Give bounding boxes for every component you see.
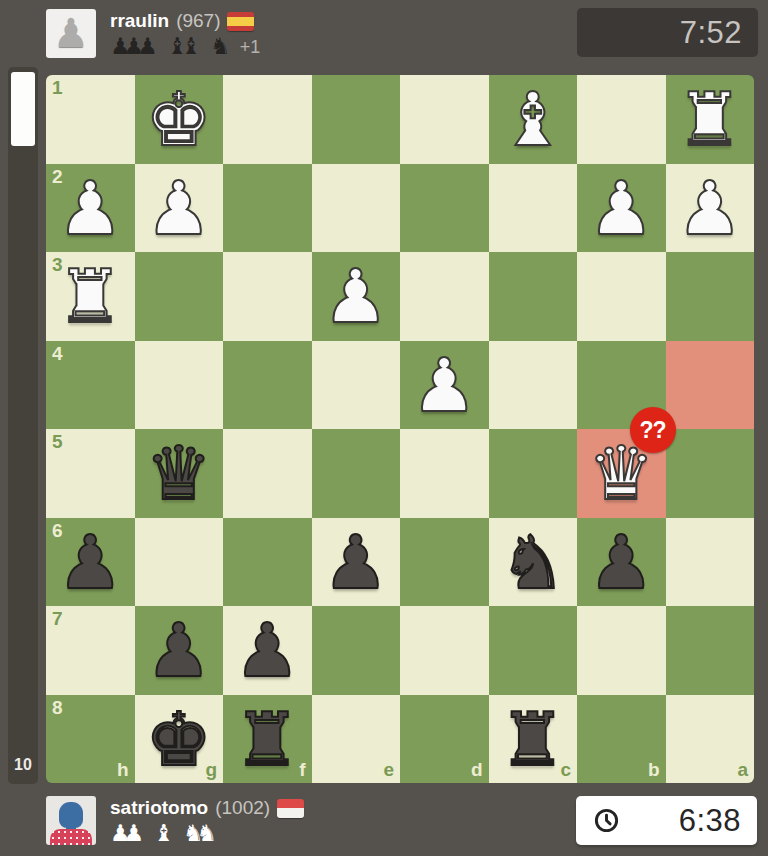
square-h4[interactable]: 4	[46, 341, 135, 430]
black-pawn-f7[interactable]: ♟	[223, 606, 312, 695]
black-rook-f8[interactable]: ♜	[223, 695, 312, 784]
square-e1[interactable]	[312, 75, 401, 164]
white-pawn-d4[interactable]: ♟	[400, 341, 489, 430]
square-h8[interactable]: 8h	[46, 695, 135, 784]
square-b2[interactable]: ♟	[577, 164, 666, 253]
square-a2[interactable]: ♟	[666, 164, 755, 253]
square-a6[interactable]	[666, 518, 755, 607]
square-f5[interactable]	[223, 429, 312, 518]
opponent-avatar[interactable]: ♟	[46, 9, 96, 58]
white-pawn-b2[interactable]: ♟	[577, 164, 666, 253]
captured-bishops-icon: ♝	[153, 822, 174, 845]
square-d7[interactable]	[400, 606, 489, 695]
square-d4[interactable]: ♟	[400, 341, 489, 430]
square-b6[interactable]: ♟	[577, 518, 666, 607]
square-g4[interactable]	[135, 341, 224, 430]
opponent-player-bar: ♟ rraulin (967) ♟♟♟♝♝♞+1	[46, 9, 260, 58]
square-b1[interactable]	[577, 75, 666, 164]
square-e7[interactable]	[312, 606, 401, 695]
captured-knights-icon: ♞♞	[183, 822, 217, 845]
square-a4[interactable]	[666, 341, 755, 430]
black-knight-c6[interactable]: ♞	[489, 518, 578, 607]
square-g7[interactable]: ♟	[135, 606, 224, 695]
square-e5[interactable]	[312, 429, 401, 518]
black-pawn-h6[interactable]: ♟	[46, 518, 135, 607]
square-d2[interactable]	[400, 164, 489, 253]
square-c6[interactable]: ♞	[489, 518, 578, 607]
evaluation-white-segment	[11, 72, 35, 146]
opponent-captured-pieces: ♟♟♟♝♝♞+1	[110, 34, 260, 58]
avatar-head	[59, 802, 83, 828]
square-b3[interactable]	[577, 252, 666, 341]
file-label-b: b	[648, 759, 660, 781]
evaluation-score: 10	[8, 756, 38, 774]
square-a7[interactable]	[666, 606, 755, 695]
file-label-e: e	[383, 759, 394, 781]
square-h1[interactable]: 1	[46, 75, 135, 164]
white-pawn-g2[interactable]: ♟	[135, 164, 224, 253]
rank-label-1: 1	[52, 77, 63, 99]
white-pawn-a2[interactable]: ♟	[666, 164, 755, 253]
square-a5[interactable]	[666, 429, 755, 518]
square-a3[interactable]	[666, 252, 755, 341]
square-g2[interactable]: ♟	[135, 164, 224, 253]
clock-icon	[593, 807, 620, 834]
file-label-h: h	[117, 759, 129, 781]
white-rook-a1[interactable]: ♜	[666, 75, 755, 164]
square-g1[interactable]: ♚	[135, 75, 224, 164]
black-king-g8[interactable]: ♚	[135, 695, 224, 784]
player-clock-time: 6:38	[620, 803, 757, 839]
square-e3[interactable]: ♟	[312, 252, 401, 341]
square-c2[interactable]	[489, 164, 578, 253]
square-f1[interactable]	[223, 75, 312, 164]
rank-label-5: 5	[52, 431, 63, 453]
square-g6[interactable]	[135, 518, 224, 607]
white-pawn-h2[interactable]: ♟	[46, 164, 135, 253]
square-f6[interactable]	[223, 518, 312, 607]
square-c5[interactable]	[489, 429, 578, 518]
square-h3[interactable]: 3♜	[46, 252, 135, 341]
opponent-rating: (967)	[176, 10, 220, 32]
square-h6[interactable]: 6♟	[46, 518, 135, 607]
file-label-d: d	[471, 759, 483, 781]
white-king-g1[interactable]: ♚	[135, 75, 224, 164]
chess-app: ♟ rraulin (967) ♟♟♟♝♝♞+1 7:52 10 1♚♝♜2♟♟…	[0, 0, 768, 856]
square-c7[interactable]	[489, 606, 578, 695]
white-bishop-c1[interactable]: ♝	[489, 75, 578, 164]
square-c4[interactable]	[489, 341, 578, 430]
captured-pawns-icon: ♟♟	[110, 822, 144, 845]
rank-label-8: 8	[52, 697, 63, 719]
player-avatar[interactable]	[46, 796, 96, 845]
square-h7[interactable]: 7	[46, 606, 135, 695]
player-captured-pieces: ♟♟♝♞♞	[110, 821, 304, 845]
square-b8[interactable]: b	[577, 695, 666, 784]
blunder-annotation-badge: ??	[630, 407, 676, 453]
square-f3[interactable]	[223, 252, 312, 341]
opponent-username[interactable]: rraulin	[110, 10, 169, 32]
square-f4[interactable]	[223, 341, 312, 430]
opponent-clock: 7:52	[577, 8, 758, 57]
square-c8[interactable]: c♜	[489, 695, 578, 784]
captured-knights-icon: ♞	[210, 35, 231, 58]
square-e6[interactable]: ♟	[312, 518, 401, 607]
square-c1[interactable]: ♝	[489, 75, 578, 164]
player-clock: 6:38	[576, 796, 757, 845]
opponent-clock-time: 7:52	[577, 15, 758, 51]
square-a8[interactable]: a	[666, 695, 755, 784]
black-pawn-g7[interactable]: ♟	[135, 606, 224, 695]
spain-flag-icon	[227, 12, 254, 31]
white-pawn-e3[interactable]: ♟	[312, 252, 401, 341]
square-h2[interactable]: 2♟	[46, 164, 135, 253]
square-g8[interactable]: g♚	[135, 695, 224, 784]
rank-label-7: 7	[52, 608, 63, 630]
square-d8[interactable]: d	[400, 695, 489, 784]
black-queen-g5[interactable]: ♛	[135, 429, 224, 518]
player-player-bar: satriotomo (1002) ♟♟♝♞♞	[46, 796, 304, 845]
square-c3[interactable]	[489, 252, 578, 341]
captured-pawns-icon: ♟♟♟	[110, 35, 158, 58]
square-g5[interactable]: ♛	[135, 429, 224, 518]
player-rating: (1002)	[215, 797, 270, 819]
rank-label-4: 4	[52, 343, 63, 365]
player-username[interactable]: satriotomo	[110, 797, 208, 819]
square-f8[interactable]: f♜	[223, 695, 312, 784]
material-advantage: +1	[240, 36, 261, 58]
black-rook-c8[interactable]: ♜	[489, 695, 578, 784]
square-e2[interactable]	[312, 164, 401, 253]
square-d3[interactable]	[400, 252, 489, 341]
black-pawn-e6[interactable]: ♟	[312, 518, 401, 607]
square-f2[interactable]	[223, 164, 312, 253]
square-d5[interactable]	[400, 429, 489, 518]
chess-board[interactable]: 1♚♝♜2♟♟♟♟3♜♟4♟5♛♛6♟♟♞♟7♟♟8hg♚f♜edc♜ba??	[46, 75, 754, 783]
square-a1[interactable]: ♜	[666, 75, 755, 164]
square-h5[interactable]: 5	[46, 429, 135, 518]
file-label-a: a	[737, 759, 748, 781]
square-e8[interactable]: e	[312, 695, 401, 784]
evaluation-bar: 10	[8, 67, 38, 784]
square-e4[interactable]	[312, 341, 401, 430]
indonesia-flag-icon	[277, 799, 304, 818]
square-d1[interactable]	[400, 75, 489, 164]
captured-bishops-icon: ♝♝	[167, 35, 201, 58]
white-rook-h3[interactable]: ♜	[46, 252, 135, 341]
square-b7[interactable]	[577, 606, 666, 695]
avatar-shirt	[50, 829, 92, 845]
square-g3[interactable]	[135, 252, 224, 341]
pawn-avatar-icon: ♟	[53, 9, 89, 58]
square-f7[interactable]: ♟	[223, 606, 312, 695]
square-d6[interactable]	[400, 518, 489, 607]
black-pawn-b6[interactable]: ♟	[577, 518, 666, 607]
